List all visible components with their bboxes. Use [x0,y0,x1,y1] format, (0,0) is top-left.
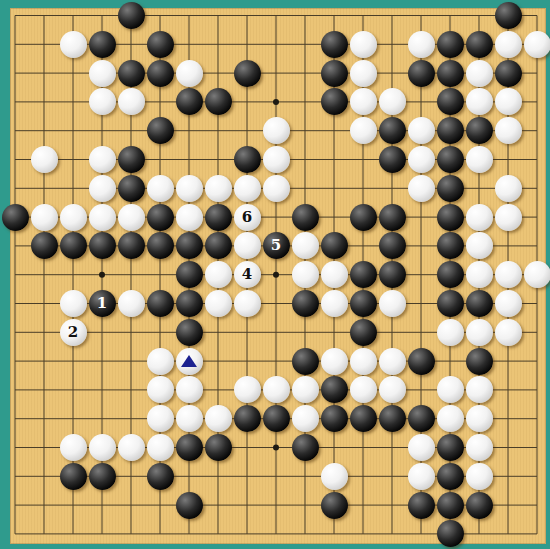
white-stone [234,175,261,202]
black-stone [176,261,203,288]
black-stone [2,204,29,231]
black-stone [408,348,435,375]
move-number-label: 2 [68,325,78,340]
white-stone [495,319,522,346]
black-stone [234,146,261,173]
black-stone [466,31,493,58]
go-app-window: 65412 [0,0,550,549]
white-stone [292,376,319,403]
black-stone [147,290,174,317]
black-stone [321,31,348,58]
black-stone [176,232,203,259]
black-stone [118,146,145,173]
black-stone [437,204,464,231]
white-stone [408,146,435,173]
white-stone [321,463,348,490]
white-stone [89,204,116,231]
white-stone [118,204,145,231]
black-stone [321,232,348,259]
white-stone [466,88,493,115]
white-stone [408,175,435,202]
black-stone [60,463,87,490]
black-stone [321,405,348,432]
white-stone [234,376,261,403]
white-stone [147,434,174,461]
black-stone [437,520,464,547]
black-stone [437,117,464,144]
white-stone [60,31,87,58]
black-stone [234,405,261,432]
white-stone [118,88,145,115]
white-stone [31,204,58,231]
white-stone [466,405,493,432]
black-stone [466,117,493,144]
black-stone [89,463,116,490]
white-stone [118,290,145,317]
black-stone [495,2,522,29]
move-number-label: 1 [97,296,107,311]
move-number-label: 5 [271,238,281,253]
black-stone [234,60,261,87]
white-stone: 2 [60,319,87,346]
black-stone [379,146,406,173]
black-stone: 1 [89,290,116,317]
black-stone [205,232,232,259]
black-stone [205,88,232,115]
white-stone [495,31,522,58]
white-stone [466,376,493,403]
black-stone [147,463,174,490]
black-stone [292,348,319,375]
white-stone [176,348,203,375]
white-stone [60,204,87,231]
white-stone [89,434,116,461]
black-stone [321,88,348,115]
black-stone [466,348,493,375]
white-stone [495,290,522,317]
white-stone [524,261,550,288]
white-stone [350,31,377,58]
white-stone [205,290,232,317]
black-stone [350,405,377,432]
white-stone: 4 [234,261,261,288]
black-stone [147,31,174,58]
black-stone [205,204,232,231]
black-stone [379,117,406,144]
white-stone [89,60,116,87]
black-stone [263,405,290,432]
white-stone [379,88,406,115]
white-stone [466,463,493,490]
black-stone [437,88,464,115]
move-number-label: 6 [242,210,252,225]
white-stone [60,434,87,461]
white-stone [205,175,232,202]
white-stone [263,175,290,202]
white-stone [176,60,203,87]
white-stone [495,88,522,115]
white-stone [466,261,493,288]
move-number-label: 4 [242,267,252,282]
white-stone [495,175,522,202]
white-stone [89,88,116,115]
black-stone [147,60,174,87]
triangle-marker-icon [181,355,197,367]
black-stone [147,117,174,144]
black-stone [292,434,319,461]
white-stone [321,261,348,288]
black-stone [437,60,464,87]
black-stone [292,290,319,317]
white-stone [350,376,377,403]
white-stone [437,376,464,403]
white-stone [379,348,406,375]
black-stone [437,146,464,173]
black-stone [350,290,377,317]
black-stone [379,232,406,259]
black-stone [437,31,464,58]
black-stone [147,204,174,231]
white-stone [31,146,58,173]
black-stone [321,376,348,403]
white-stone [379,376,406,403]
black-stone [147,232,174,259]
black-stone [350,261,377,288]
black-stone [176,290,203,317]
black-stone [321,60,348,87]
white-stone [495,117,522,144]
black-stone [437,232,464,259]
white-stone [234,290,261,317]
black-stone [466,492,493,519]
white-stone [60,290,87,317]
black-stone [379,405,406,432]
white-stone [321,290,348,317]
white-stone [437,319,464,346]
white-stone [466,232,493,259]
black-stone [379,261,406,288]
white-stone [350,60,377,87]
white-stone [321,348,348,375]
black-stone [495,60,522,87]
black-stone [379,204,406,231]
white-stone [495,204,522,231]
black-stone [118,232,145,259]
white-stone [292,232,319,259]
black-stone [205,434,232,461]
black-stone [31,232,58,259]
white-stone [147,348,174,375]
black-stone [118,2,145,29]
white-stone [437,405,464,432]
black-stone [466,290,493,317]
white-stone [408,31,435,58]
white-stone [147,376,174,403]
black-stone [176,434,203,461]
black-stone [408,60,435,87]
white-stone [466,60,493,87]
black-stone [437,261,464,288]
black-stone [437,492,464,519]
black-stone [118,175,145,202]
white-stone [176,405,203,432]
white-stone [379,290,406,317]
black-stone [437,434,464,461]
white-stone [205,405,232,432]
white-stone [263,146,290,173]
white-stone [147,405,174,432]
black-stone [89,232,116,259]
white-stone [176,175,203,202]
black-stone [176,88,203,115]
black-stone [60,232,87,259]
white-stone [408,434,435,461]
white-stone [350,117,377,144]
black-stone [350,204,377,231]
white-stone [118,434,145,461]
white-stone [263,376,290,403]
black-stone: 5 [263,232,290,259]
white-stone [350,348,377,375]
white-stone [234,232,261,259]
black-stone [437,463,464,490]
white-stone: 6 [234,204,261,231]
white-stone [408,117,435,144]
black-stone [437,175,464,202]
black-stone [89,31,116,58]
white-stone [292,261,319,288]
black-stone [408,492,435,519]
white-stone [524,31,550,58]
black-stone [176,319,203,346]
white-stone [205,261,232,288]
black-stone [350,319,377,346]
white-stone [350,88,377,115]
white-stone [89,175,116,202]
white-stone [466,146,493,173]
white-stone [408,463,435,490]
white-stone [292,405,319,432]
white-stone [176,204,203,231]
white-stone [466,319,493,346]
black-stone [176,492,203,519]
black-stone [292,204,319,231]
white-stone [466,204,493,231]
black-stone [408,405,435,432]
black-stone [118,60,145,87]
white-stone [89,146,116,173]
black-stone [437,290,464,317]
white-stone [263,117,290,144]
white-stone [495,261,522,288]
white-stone [176,376,203,403]
white-stone [466,434,493,461]
white-stone [147,175,174,202]
black-stone [321,492,348,519]
